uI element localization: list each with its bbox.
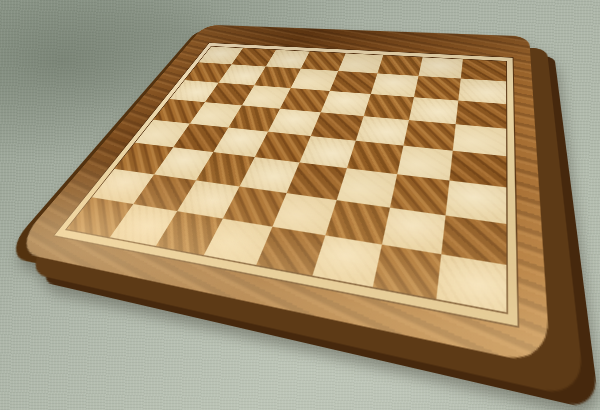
inlay-border: [53, 42, 519, 327]
square-h1[interactable]: [437, 254, 507, 312]
chessboard-wrap: [0, 0, 600, 410]
square-e8[interactable]: [338, 53, 383, 73]
chessboard: [11, 25, 551, 367]
square-f8[interactable]: [377, 55, 422, 76]
playing-field: [65, 46, 508, 314]
square-f1[interactable]: [312, 235, 381, 287]
scene: [0, 0, 600, 410]
square-g1[interactable]: [372, 244, 442, 299]
